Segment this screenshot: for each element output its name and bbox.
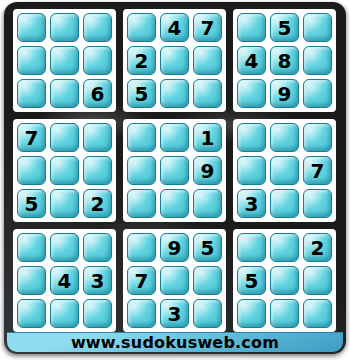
cell-r7c5[interactable]: 9 (160, 233, 189, 262)
cell-r5c3[interactable] (83, 156, 112, 185)
cell-r5c8[interactable] (270, 156, 299, 185)
cell-r4c6[interactable]: 1 (193, 123, 222, 152)
cell-r8c9[interactable] (303, 266, 332, 295)
block-9: 25 (233, 229, 336, 332)
given-digit: 3 (168, 304, 182, 324)
given-digit: 9 (201, 161, 215, 181)
given-digit: 7 (201, 18, 215, 38)
cell-r6c8[interactable] (270, 189, 299, 218)
cell-r5c5[interactable] (160, 156, 189, 185)
cell-r7c6[interactable]: 5 (193, 233, 222, 262)
given-digit: 9 (168, 238, 182, 258)
given-digit: 5 (245, 271, 259, 291)
block-1: 6 (13, 9, 116, 112)
given-digit: 2 (135, 51, 149, 71)
given-digit: 2 (91, 194, 105, 214)
cell-r8c5[interactable] (160, 266, 189, 295)
cell-r9c6[interactable] (193, 299, 222, 328)
cell-r3c3[interactable]: 6 (83, 79, 112, 108)
cell-r3c5[interactable] (160, 79, 189, 108)
cell-r4c7[interactable] (237, 123, 266, 152)
cell-r2c1[interactable] (17, 46, 46, 75)
given-digit: 6 (91, 84, 105, 104)
given-digit: 5 (278, 18, 292, 38)
cell-r1c5[interactable]: 4 (160, 13, 189, 42)
cell-r8c3[interactable]: 3 (83, 266, 112, 295)
cell-r1c1[interactable] (17, 13, 46, 42)
cell-r3c7[interactable] (237, 79, 266, 108)
given-digit: 9 (278, 84, 292, 104)
cell-r6c7[interactable]: 3 (237, 189, 266, 218)
cell-r5c4[interactable] (127, 156, 156, 185)
cell-r3c1[interactable] (17, 79, 46, 108)
board-frame: 647255489752197343957325 www.sudokusweb.… (4, 2, 346, 354)
cell-r3c6[interactable] (193, 79, 222, 108)
footer-url[interactable]: www.sudokusweb.com (71, 333, 279, 352)
cell-r9c3[interactable] (83, 299, 112, 328)
given-digit: 3 (91, 271, 105, 291)
given-digit: 4 (168, 18, 182, 38)
given-digit: 4 (58, 271, 72, 291)
cell-r8c4[interactable]: 7 (127, 266, 156, 295)
cell-r6c6[interactable] (193, 189, 222, 218)
cell-r2c3[interactable] (83, 46, 112, 75)
block-5: 19 (123, 119, 226, 222)
cell-r6c2[interactable] (50, 189, 79, 218)
cell-r2c2[interactable] (50, 46, 79, 75)
cell-r8c2[interactable]: 4 (50, 266, 79, 295)
block-2: 4725 (123, 9, 226, 112)
given-digit: 5 (135, 84, 149, 104)
cell-r6c9[interactable] (303, 189, 332, 218)
block-7: 43 (13, 229, 116, 332)
cell-r1c9[interactable] (303, 13, 332, 42)
sudoku-board: 647255489752197343957325 (4, 2, 346, 332)
cell-r6c5[interactable] (160, 189, 189, 218)
cell-r5c9[interactable]: 7 (303, 156, 332, 185)
given-digit: 4 (245, 51, 259, 71)
cell-r4c2[interactable] (50, 123, 79, 152)
cell-r7c3[interactable] (83, 233, 112, 262)
cell-r3c8[interactable]: 9 (270, 79, 299, 108)
cell-r5c6[interactable]: 9 (193, 156, 222, 185)
cell-r1c8[interactable]: 5 (270, 13, 299, 42)
cell-r3c9[interactable] (303, 79, 332, 108)
given-digit: 7 (135, 271, 149, 291)
block-3: 5489 (233, 9, 336, 112)
cell-r2c9[interactable] (303, 46, 332, 75)
cell-r5c7[interactable] (237, 156, 266, 185)
cell-r9c4[interactable] (127, 299, 156, 328)
cell-r8c7[interactable]: 5 (237, 266, 266, 295)
cell-r7c8[interactable] (270, 233, 299, 262)
cell-r8c1[interactable] (17, 266, 46, 295)
cell-r8c8[interactable] (270, 266, 299, 295)
given-digit: 3 (245, 194, 259, 214)
block-8: 9573 (123, 229, 226, 332)
sudoku-screenshot: 647255489752197343957325 www.sudokusweb.… (0, 0, 350, 360)
cell-r4c1[interactable]: 7 (17, 123, 46, 152)
cell-r4c8[interactable] (270, 123, 299, 152)
cell-r9c2[interactable] (50, 299, 79, 328)
cell-r7c7[interactable] (237, 233, 266, 262)
cell-r7c4[interactable] (127, 233, 156, 262)
given-digit: 5 (25, 194, 39, 214)
cell-r4c9[interactable] (303, 123, 332, 152)
cell-r5c2[interactable] (50, 156, 79, 185)
cell-r2c5[interactable] (160, 46, 189, 75)
cell-r4c4[interactable] (127, 123, 156, 152)
cell-r9c8[interactable] (270, 299, 299, 328)
cell-r1c2[interactable] (50, 13, 79, 42)
cell-r2c4[interactable]: 2 (127, 46, 156, 75)
given-digit: 2 (311, 238, 325, 258)
cell-r3c4[interactable]: 5 (127, 79, 156, 108)
cell-r6c4[interactable] (127, 189, 156, 218)
cell-r2c6[interactable] (193, 46, 222, 75)
cell-r7c2[interactable] (50, 233, 79, 262)
cell-r1c3[interactable] (83, 13, 112, 42)
cell-r4c5[interactable] (160, 123, 189, 152)
block-4: 752 (13, 119, 116, 222)
given-digit: 5 (201, 238, 215, 258)
cell-r2c7[interactable]: 4 (237, 46, 266, 75)
cell-r9c7[interactable] (237, 299, 266, 328)
given-digit: 8 (278, 51, 292, 71)
block-6: 73 (233, 119, 336, 222)
cell-r2c8[interactable]: 8 (270, 46, 299, 75)
cell-r9c1[interactable] (17, 299, 46, 328)
cell-r7c1[interactable] (17, 233, 46, 262)
cell-r8c6[interactable] (193, 266, 222, 295)
cell-r9c5[interactable]: 3 (160, 299, 189, 328)
cell-r1c6[interactable]: 7 (193, 13, 222, 42)
footer-band: www.sudokusweb.com (7, 332, 343, 352)
cell-r7c9[interactable]: 2 (303, 233, 332, 262)
given-digit: 7 (25, 128, 39, 148)
cell-r6c3[interactable]: 2 (83, 189, 112, 218)
cell-r9c9[interactable] (303, 299, 332, 328)
cell-r5c1[interactable] (17, 156, 46, 185)
given-digit: 7 (311, 161, 325, 181)
given-digit: 1 (201, 128, 215, 148)
cell-r1c7[interactable] (237, 13, 266, 42)
cell-r3c2[interactable] (50, 79, 79, 108)
cell-r4c3[interactable] (83, 123, 112, 152)
cell-r6c1[interactable]: 5 (17, 189, 46, 218)
cell-r1c4[interactable] (127, 13, 156, 42)
